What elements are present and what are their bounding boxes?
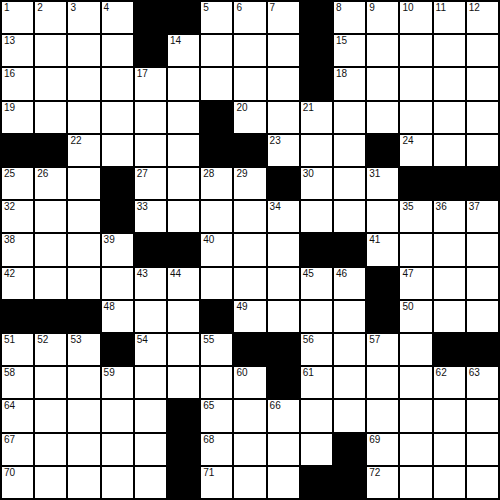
cell-r15c7[interactable]: 71 (201, 467, 232, 498)
clue-number: 20 (236, 102, 247, 114)
cell-r11c10[interactable]: 56 (301, 334, 332, 365)
cell-r3c12[interactable] (367, 68, 398, 99)
clue-number: 47 (402, 268, 413, 280)
cell-r1c3[interactable]: 3 (68, 2, 99, 33)
clue-number: 18 (336, 68, 347, 80)
cell-r1c8[interactable]: 6 (234, 2, 265, 33)
cell-r3c14[interactable] (434, 68, 465, 99)
clue-number: 54 (137, 334, 148, 346)
black-cell-r5c2 (35, 135, 66, 166)
cell-r10c4[interactable]: 48 (102, 301, 133, 332)
cell-r15c5[interactable] (135, 467, 166, 498)
cell-r8c4[interactable]: 39 (102, 234, 133, 265)
black-cell-r6c14 (434, 168, 465, 199)
cell-r14c15[interactable] (467, 434, 498, 465)
cell-r13c12[interactable] (367, 400, 398, 431)
cell-r15c3[interactable] (68, 467, 99, 498)
black-cell-r15c6 (168, 467, 199, 498)
cell-r4c2[interactable] (35, 102, 66, 133)
cell-r3c9[interactable] (268, 68, 299, 99)
black-cell-r10c7 (201, 301, 232, 332)
clue-number: 52 (37, 334, 48, 346)
black-cell-r8c11 (334, 234, 365, 265)
clue-number: 19 (4, 102, 15, 114)
cell-r13c13[interactable] (400, 400, 431, 431)
cell-r6c11[interactable] (334, 168, 365, 199)
cell-r14c10[interactable] (301, 434, 332, 465)
cell-r2c3[interactable] (68, 35, 99, 66)
clue-number: 43 (137, 268, 148, 280)
clue-number: 30 (303, 168, 314, 180)
cell-r14c5[interactable] (135, 434, 166, 465)
cell-r9c3[interactable] (68, 268, 99, 299)
clue-number: 55 (203, 334, 214, 346)
cell-r3c15[interactable] (467, 68, 498, 99)
cell-r1c11[interactable]: 8 (334, 2, 365, 33)
cell-r7c8[interactable] (234, 201, 265, 232)
clue-number: 16 (4, 68, 15, 80)
cell-r3c11[interactable]: 18 (334, 68, 365, 99)
cell-r9c13[interactable]: 47 (400, 268, 431, 299)
clue-number: 61 (303, 367, 314, 379)
cell-r3c1[interactable]: 16 (2, 68, 33, 99)
cell-r1c9[interactable]: 7 (268, 2, 299, 33)
cell-r15c12[interactable]: 72 (367, 467, 398, 498)
clue-number: 7 (270, 2, 276, 14)
cell-r14c9[interactable] (268, 434, 299, 465)
cell-r8c2[interactable] (35, 234, 66, 265)
clue-number: 64 (4, 400, 15, 412)
cell-r13c2[interactable] (35, 400, 66, 431)
cell-r7c3[interactable] (68, 201, 99, 232)
cell-r11c11[interactable] (334, 334, 365, 365)
cell-r6c12[interactable]: 31 (367, 168, 398, 199)
clue-number: 39 (104, 234, 115, 246)
cell-r14c3[interactable] (68, 434, 99, 465)
cell-r4c13[interactable] (400, 102, 431, 133)
clue-number: 69 (369, 434, 380, 446)
clue-number: 35 (402, 201, 413, 213)
cell-r8c15[interactable] (467, 234, 498, 265)
black-cell-r4c7 (201, 102, 232, 133)
cell-r1c4[interactable]: 4 (102, 2, 133, 33)
cell-r2c8[interactable] (234, 35, 265, 66)
clue-number: 58 (4, 367, 15, 379)
cell-r5c5[interactable] (135, 135, 166, 166)
cell-r3c3[interactable] (68, 68, 99, 99)
clue-number: 13 (4, 35, 15, 47)
cell-r2c6[interactable]: 14 (168, 35, 199, 66)
cell-r15c2[interactable] (35, 467, 66, 498)
cell-r9c15[interactable] (467, 268, 498, 299)
black-cell-r3c10 (301, 68, 332, 99)
cell-r5c4[interactable] (102, 135, 133, 166)
cell-r6c5[interactable]: 27 (135, 168, 166, 199)
clue-number: 62 (436, 367, 447, 379)
cell-r8c9[interactable] (268, 234, 299, 265)
cell-r7c12[interactable] (367, 201, 398, 232)
black-cell-r8c5 (135, 234, 166, 265)
cell-r5c6[interactable] (168, 135, 199, 166)
cell-r5c13[interactable]: 24 (400, 135, 431, 166)
black-cell-r2c10 (301, 35, 332, 66)
cell-r6c7[interactable]: 28 (201, 168, 232, 199)
cell-r15c14[interactable] (434, 467, 465, 498)
cell-r5c3[interactable]: 22 (68, 135, 99, 166)
black-cell-r8c10 (301, 234, 332, 265)
black-cell-r6c4 (102, 168, 133, 199)
cell-r3c8[interactable] (234, 68, 265, 99)
cell-r1c7[interactable]: 5 (201, 2, 232, 33)
cell-r3c7[interactable] (201, 68, 232, 99)
cell-r12c6[interactable] (168, 367, 199, 398)
cell-r6c6[interactable] (168, 168, 199, 199)
cell-r1c1[interactable]: 1 (2, 2, 33, 33)
clue-number: 17 (137, 68, 148, 80)
cell-r8c14[interactable] (434, 234, 465, 265)
cell-r4c15[interactable] (467, 102, 498, 133)
clue-number: 8 (336, 2, 342, 14)
clue-number: 5 (203, 2, 209, 14)
cell-r7c11[interactable] (334, 201, 365, 232)
clue-number: 68 (203, 434, 214, 446)
cell-r10c11[interactable] (334, 301, 365, 332)
cell-r3c4[interactable] (102, 68, 133, 99)
cell-r14c7[interactable]: 68 (201, 434, 232, 465)
clue-number: 70 (4, 467, 15, 479)
cell-r10c15[interactable] (467, 301, 498, 332)
cell-r7c10[interactable] (301, 201, 332, 232)
cell-r11c1[interactable]: 51 (2, 334, 33, 365)
black-cell-r10c3 (68, 301, 99, 332)
clue-number: 31 (369, 168, 380, 180)
clue-number: 41 (369, 234, 380, 246)
cell-r11c3[interactable]: 53 (68, 334, 99, 365)
cell-r4c12[interactable] (367, 102, 398, 133)
cell-r15c8[interactable] (234, 467, 265, 498)
cell-r11c5[interactable]: 54 (135, 334, 166, 365)
cell-r7c2[interactable] (35, 201, 66, 232)
cell-r12c5[interactable] (135, 367, 166, 398)
cell-r1c14[interactable]: 11 (434, 2, 465, 33)
cell-r4c8[interactable]: 20 (234, 102, 265, 133)
black-cell-r11c8 (234, 334, 265, 365)
black-cell-r5c12 (367, 135, 398, 166)
clue-number: 34 (270, 201, 281, 213)
clue-number: 21 (303, 102, 314, 114)
cell-r7c9[interactable]: 34 (268, 201, 299, 232)
cell-r9c1[interactable]: 42 (2, 268, 33, 299)
clue-number: 1 (4, 2, 10, 14)
cell-r7c13[interactable]: 35 (400, 201, 431, 232)
cell-r10c8[interactable]: 49 (234, 301, 265, 332)
cell-r4c9[interactable] (268, 102, 299, 133)
cell-r15c13[interactable] (400, 467, 431, 498)
cell-r5c11[interactable] (334, 135, 365, 166)
black-cell-r5c7 (201, 135, 232, 166)
cell-r15c4[interactable] (102, 467, 133, 498)
cell-r8c1[interactable]: 38 (2, 234, 33, 265)
cell-r6c8[interactable]: 29 (234, 168, 265, 199)
cell-r13c8[interactable] (234, 400, 265, 431)
cell-r13c5[interactable] (135, 400, 166, 431)
cell-r12c1[interactable]: 58 (2, 367, 33, 398)
cell-r12c10[interactable]: 61 (301, 367, 332, 398)
cell-r12c11[interactable] (334, 367, 365, 398)
black-cell-r5c1 (2, 135, 33, 166)
clue-number: 29 (236, 168, 247, 180)
clue-number: 6 (236, 2, 242, 14)
clue-number: 15 (336, 35, 347, 47)
cell-r1c15[interactable]: 12 (467, 2, 498, 33)
black-cell-r12c9 (268, 367, 299, 398)
clue-number: 50 (402, 301, 413, 313)
cell-r4c10[interactable]: 21 (301, 102, 332, 133)
cell-r4c6[interactable] (168, 102, 199, 133)
cell-r14c14[interactable] (434, 434, 465, 465)
cell-r10c6[interactable] (168, 301, 199, 332)
cell-r8c7[interactable]: 40 (201, 234, 232, 265)
cell-r2c12[interactable] (367, 35, 398, 66)
black-cell-r1c6 (168, 2, 199, 33)
black-cell-r1c5 (135, 2, 166, 33)
cell-r7c15[interactable]: 37 (467, 201, 498, 232)
clue-number: 26 (37, 168, 48, 180)
cell-r14c1[interactable]: 67 (2, 434, 33, 465)
cell-r7c1[interactable]: 32 (2, 201, 33, 232)
cell-r10c13[interactable]: 50 (400, 301, 431, 332)
cell-r2c14[interactable] (434, 35, 465, 66)
clue-number: 14 (170, 35, 181, 47)
cell-r9c2[interactable] (35, 268, 66, 299)
clue-number: 51 (4, 334, 15, 346)
cell-r10c14[interactable] (434, 301, 465, 332)
cell-r9c14[interactable] (434, 268, 465, 299)
cell-r13c11[interactable] (334, 400, 365, 431)
cell-r1c13[interactable]: 10 (400, 2, 431, 33)
black-cell-r6c9 (268, 168, 299, 199)
black-cell-r15c10 (301, 467, 332, 498)
cell-r6c2[interactable]: 26 (35, 168, 66, 199)
black-cell-r10c2 (35, 301, 66, 332)
black-cell-r14c6 (168, 434, 199, 465)
cell-r9c9[interactable] (268, 268, 299, 299)
cell-r3c6[interactable] (168, 68, 199, 99)
cell-r4c11[interactable] (334, 102, 365, 133)
clue-number: 36 (436, 201, 447, 213)
crossword-board: 1234567891011121314151617181920212223242… (0, 0, 500, 500)
black-cell-r15c11 (334, 467, 365, 498)
black-cell-r6c13 (400, 168, 431, 199)
clue-number: 33 (137, 201, 148, 213)
cell-r6c10[interactable]: 30 (301, 168, 332, 199)
cell-r12c13[interactable] (400, 367, 431, 398)
black-cell-r11c4 (102, 334, 133, 365)
cell-r7c6[interactable] (168, 201, 199, 232)
cell-r7c5[interactable]: 33 (135, 201, 166, 232)
cell-r11c7[interactable]: 55 (201, 334, 232, 365)
clue-number: 44 (170, 268, 181, 280)
clue-number: 22 (70, 135, 81, 147)
cell-r13c15[interactable] (467, 400, 498, 431)
cell-r12c7[interactable] (201, 367, 232, 398)
cell-r14c4[interactable] (102, 434, 133, 465)
clue-number: 72 (369, 467, 380, 479)
cell-r9c11[interactable]: 46 (334, 268, 365, 299)
cell-r12c8[interactable]: 60 (234, 367, 265, 398)
cell-r8c3[interactable] (68, 234, 99, 265)
cell-r4c1[interactable]: 19 (2, 102, 33, 133)
clue-number: 40 (203, 234, 214, 246)
cell-r6c1[interactable]: 25 (2, 168, 33, 199)
cell-r11c6[interactable] (168, 334, 199, 365)
cell-r1c2[interactable]: 2 (35, 2, 66, 33)
clue-number: 27 (137, 168, 148, 180)
black-cell-r10c1 (2, 301, 33, 332)
cell-r4c4[interactable] (102, 102, 133, 133)
cell-r9c5[interactable]: 43 (135, 268, 166, 299)
clue-number: 56 (303, 334, 314, 346)
clue-number: 67 (4, 434, 15, 446)
black-cell-r14c11 (334, 434, 365, 465)
cell-r12c14[interactable]: 62 (434, 367, 465, 398)
cell-r12c3[interactable] (68, 367, 99, 398)
cell-r2c15[interactable] (467, 35, 498, 66)
clue-number: 57 (369, 334, 380, 346)
cell-r11c13[interactable] (400, 334, 431, 365)
clue-number: 71 (203, 467, 214, 479)
clue-number: 49 (236, 301, 247, 313)
clue-number: 66 (270, 400, 281, 412)
cell-r2c11[interactable]: 15 (334, 35, 365, 66)
cell-r12c15[interactable]: 63 (467, 367, 498, 398)
cell-r3c13[interactable] (400, 68, 431, 99)
cell-r10c5[interactable] (135, 301, 166, 332)
cell-r15c1[interactable]: 70 (2, 467, 33, 498)
cell-r9c6[interactable]: 44 (168, 268, 199, 299)
cell-r8c12[interactable]: 41 (367, 234, 398, 265)
cell-r13c10[interactable] (301, 400, 332, 431)
clue-number: 12 (469, 2, 480, 14)
cell-r14c8[interactable] (234, 434, 265, 465)
cell-r11c2[interactable]: 52 (35, 334, 66, 365)
clue-number: 59 (104, 367, 115, 379)
black-cell-r9c12 (367, 268, 398, 299)
cell-r4c3[interactable] (68, 102, 99, 133)
clue-number: 24 (402, 135, 413, 147)
cell-r5c14[interactable] (434, 135, 465, 166)
clue-number: 25 (4, 168, 15, 180)
clue-number: 9 (369, 2, 375, 14)
clue-number: 63 (469, 367, 480, 379)
clue-number: 32 (4, 201, 15, 213)
cell-r9c7[interactable] (201, 268, 232, 299)
cell-r7c14[interactable]: 36 (434, 201, 465, 232)
black-cell-r6c15 (467, 168, 498, 199)
clue-number: 4 (104, 2, 110, 14)
clue-number: 65 (203, 400, 214, 412)
cell-r14c2[interactable] (35, 434, 66, 465)
cell-r6c3[interactable] (68, 168, 99, 199)
cell-r8c13[interactable] (400, 234, 431, 265)
cell-r4c5[interactable] (135, 102, 166, 133)
cell-r2c7[interactable] (201, 35, 232, 66)
cell-r5c10[interactable] (301, 135, 332, 166)
cell-r5c15[interactable] (467, 135, 498, 166)
cell-r14c12[interactable]: 69 (367, 434, 398, 465)
cell-r2c4[interactable] (102, 35, 133, 66)
clue-number: 38 (4, 234, 15, 246)
cell-r3c2[interactable] (35, 68, 66, 99)
cell-r10c9[interactable] (268, 301, 299, 332)
cell-r12c2[interactable] (35, 367, 66, 398)
cell-r9c8[interactable] (234, 268, 265, 299)
clue-number: 2 (37, 2, 43, 14)
cell-r13c1[interactable]: 64 (2, 400, 33, 431)
clue-number: 48 (104, 301, 115, 313)
black-cell-r11c15 (467, 334, 498, 365)
clue-number: 46 (336, 268, 347, 280)
clue-number: 28 (203, 168, 214, 180)
black-cell-r11c9 (268, 334, 299, 365)
cell-r12c4[interactable]: 59 (102, 367, 133, 398)
cell-r7c7[interactable] (201, 201, 232, 232)
cell-r2c2[interactable] (35, 35, 66, 66)
cell-r13c4[interactable] (102, 400, 133, 431)
clue-number: 60 (236, 367, 247, 379)
clue-number: 37 (469, 201, 480, 213)
cell-r3c5[interactable]: 17 (135, 68, 166, 99)
clue-number: 3 (70, 2, 76, 14)
clue-number: 45 (303, 268, 314, 280)
black-cell-r8c6 (168, 234, 199, 265)
cell-r13c9[interactable]: 66 (268, 400, 299, 431)
cell-r11c12[interactable]: 57 (367, 334, 398, 365)
cell-r13c14[interactable] (434, 400, 465, 431)
cell-r4c14[interactable] (434, 102, 465, 133)
cell-r9c10[interactable]: 45 (301, 268, 332, 299)
black-cell-r11c14 (434, 334, 465, 365)
cell-r12c12[interactable] (367, 367, 398, 398)
cell-r9c4[interactable] (102, 268, 133, 299)
black-cell-r13c6 (168, 400, 199, 431)
black-cell-r5c8 (234, 135, 265, 166)
cell-r13c3[interactable] (68, 400, 99, 431)
cell-r1c12[interactable]: 9 (367, 2, 398, 33)
clue-number: 23 (270, 135, 281, 147)
cell-r15c9[interactable] (268, 467, 299, 498)
cell-r8c8[interactable] (234, 234, 265, 265)
cell-r14c13[interactable] (400, 434, 431, 465)
black-cell-r1c10 (301, 2, 332, 33)
cell-r13c7[interactable]: 65 (201, 400, 232, 431)
clue-number: 10 (402, 2, 413, 14)
black-cell-r10c12 (367, 301, 398, 332)
cell-r2c9[interactable] (268, 35, 299, 66)
cell-r2c1[interactable]: 13 (2, 35, 33, 66)
cell-r15c15[interactable] (467, 467, 498, 498)
clue-number: 11 (436, 2, 446, 14)
black-cell-r2c5 (135, 35, 166, 66)
cell-r5c9[interactable]: 23 (268, 135, 299, 166)
clue-number: 42 (4, 268, 15, 280)
clue-number: 53 (70, 334, 81, 346)
black-cell-r7c4 (102, 201, 133, 232)
cell-r2c13[interactable] (400, 35, 431, 66)
cell-r10c10[interactable] (301, 301, 332, 332)
